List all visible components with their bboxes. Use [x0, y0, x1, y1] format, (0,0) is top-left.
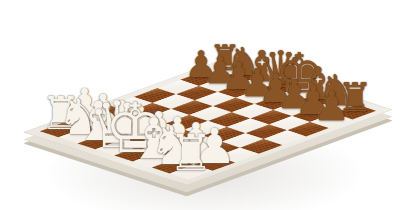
- chess-set-product-photo: ♜♞♝♛♚♝♞♜♟♟♟♟♟♟♟♟♟♟♟♟♟♟♟♟♜♞♝♛♚♝♞♜: [0, 0, 400, 210]
- piece-white-rook-h1[interactable]: ♜: [169, 129, 214, 179]
- piece-brown-pawn-h7[interactable]: ♟: [313, 85, 350, 126]
